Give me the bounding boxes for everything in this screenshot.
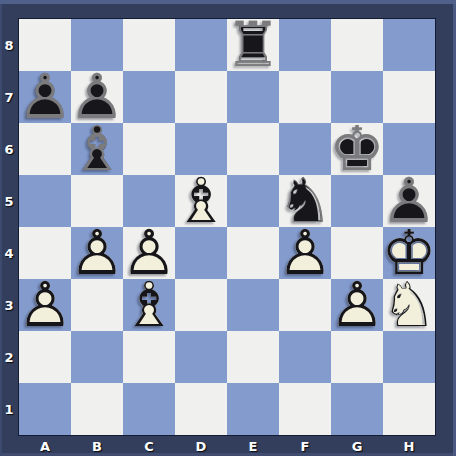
square-b4[interactable]: ♟♙: [71, 227, 123, 279]
square-b1[interactable]: [71, 383, 123, 435]
rank-label-8: 8: [0, 19, 18, 71]
square-d3[interactable]: [175, 279, 227, 331]
rank-label-4: 4: [0, 227, 18, 279]
square-a2[interactable]: [19, 331, 71, 383]
black-king-outline-icon: ♔: [331, 123, 383, 175]
square-g2[interactable]: [331, 331, 383, 383]
white-bishop-d5[interactable]: ♝♗: [175, 175, 227, 227]
white-knight-h3[interactable]: ♞♘: [383, 279, 435, 331]
square-e5[interactable]: [227, 175, 279, 227]
square-e6[interactable]: [227, 123, 279, 175]
square-d7[interactable]: [175, 71, 227, 123]
square-c2[interactable]: [123, 331, 175, 383]
square-d5[interactable]: ♝♗: [175, 175, 227, 227]
file-label-e: E: [227, 437, 279, 456]
white-pawn-a3[interactable]: ♟♙: [19, 279, 71, 331]
black-pawn-a7[interactable]: ♟♙: [19, 71, 71, 123]
square-f2[interactable]: [279, 331, 331, 383]
square-h8[interactable]: [383, 19, 435, 71]
square-c8[interactable]: [123, 19, 175, 71]
square-e2[interactable]: [227, 331, 279, 383]
square-d8[interactable]: [175, 19, 227, 71]
square-c7[interactable]: [123, 71, 175, 123]
file-label-a: A: [19, 437, 71, 456]
white-bishop-c3[interactable]: ♝♗: [123, 279, 175, 331]
square-d1[interactable]: [175, 383, 227, 435]
rank-label-5: 5: [0, 175, 18, 227]
square-h1[interactable]: [383, 383, 435, 435]
square-a6[interactable]: [19, 123, 71, 175]
square-e3[interactable]: [227, 279, 279, 331]
rank-label-7: 7: [0, 71, 18, 123]
white-pawn-outline-icon: ♙: [71, 227, 123, 279]
black-pawn-outline-icon: ♙: [19, 71, 71, 123]
white-pawn-g3[interactable]: ♟♙: [331, 279, 383, 331]
white-pawn-outline-icon: ♙: [19, 279, 71, 331]
rank-label-6: 6: [0, 123, 18, 175]
rank-labels: 87654321: [0, 19, 18, 435]
square-c6[interactable]: [123, 123, 175, 175]
square-f3[interactable]: [279, 279, 331, 331]
board-frame: ♜♖♟♙♟♙♝♗♚♔♝♗♞♘♟♙♟♙♟♙♟♙♚♔♟♙♝♗♟♙♞♘ 8765432…: [0, 0, 456, 456]
black-rook-outline-icon: ♖: [227, 19, 279, 71]
square-e4[interactable]: [227, 227, 279, 279]
square-h3[interactable]: ♞♘: [383, 279, 435, 331]
square-b2[interactable]: [71, 331, 123, 383]
rank-label-2: 2: [0, 331, 18, 383]
black-king-g6[interactable]: ♚♔: [331, 123, 383, 175]
square-h7[interactable]: [383, 71, 435, 123]
square-f7[interactable]: [279, 71, 331, 123]
file-label-b: B: [71, 437, 123, 456]
file-labels: ABCDEFGH: [19, 437, 435, 456]
chess-board: ♜♖♟♙♟♙♝♗♚♔♝♗♞♘♟♙♟♙♟♙♟♙♚♔♟♙♝♗♟♙♞♘: [18, 18, 436, 436]
black-bishop-outline-icon: ♗: [71, 123, 123, 175]
square-g1[interactable]: [331, 383, 383, 435]
square-d2[interactable]: [175, 331, 227, 383]
square-f1[interactable]: [279, 383, 331, 435]
white-bishop-outline-icon: ♗: [123, 279, 175, 331]
white-pawn-outline-icon: ♙: [331, 279, 383, 331]
white-bishop-outline-icon: ♗: [175, 175, 227, 227]
square-e7[interactable]: [227, 71, 279, 123]
square-g6[interactable]: ♚♔: [331, 123, 383, 175]
black-bishop-b6[interactable]: ♝♗: [71, 123, 123, 175]
file-label-f: F: [279, 437, 331, 456]
white-knight-outline-icon: ♘: [383, 279, 435, 331]
square-c1[interactable]: [123, 383, 175, 435]
square-b3[interactable]: [71, 279, 123, 331]
square-f4[interactable]: ♟♙: [279, 227, 331, 279]
square-a5[interactable]: [19, 175, 71, 227]
white-pawn-outline-icon: ♙: [279, 227, 331, 279]
square-b6[interactable]: ♝♗: [71, 123, 123, 175]
file-label-d: D: [175, 437, 227, 456]
square-a7[interactable]: ♟♙: [19, 71, 71, 123]
square-c3[interactable]: ♝♗: [123, 279, 175, 331]
square-e8[interactable]: ♜♖: [227, 19, 279, 71]
square-g3[interactable]: ♟♙: [331, 279, 383, 331]
rank-label-3: 3: [0, 279, 18, 331]
file-label-g: G: [331, 437, 383, 456]
square-a3[interactable]: ♟♙: [19, 279, 71, 331]
square-f8[interactable]: [279, 19, 331, 71]
white-pawn-b4[interactable]: ♟♙: [71, 227, 123, 279]
file-label-c: C: [123, 437, 175, 456]
file-label-h: H: [383, 437, 435, 456]
square-g8[interactable]: [331, 19, 383, 71]
rank-label-1: 1: [0, 383, 18, 435]
black-rook-e8[interactable]: ♜♖: [227, 19, 279, 71]
square-d4[interactable]: [175, 227, 227, 279]
square-g5[interactable]: [331, 175, 383, 227]
white-pawn-f4[interactable]: ♟♙: [279, 227, 331, 279]
square-a1[interactable]: [19, 383, 71, 435]
square-e1[interactable]: [227, 383, 279, 435]
square-h2[interactable]: [383, 331, 435, 383]
